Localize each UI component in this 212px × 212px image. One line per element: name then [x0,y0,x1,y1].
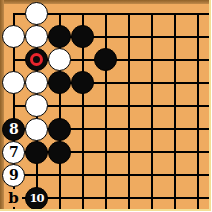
stone-black[interactable] [25,48,48,71]
stone-black[interactable] [71,25,94,48]
stone-white[interactable] [2,25,25,48]
grid-line-vertical [197,13,199,212]
stone-white[interactable] [2,71,25,94]
point-label-b[interactable]: b [6,189,22,207]
grid-line-vertical [174,13,176,212]
stone-black[interactable] [48,141,71,164]
stone-white[interactable] [25,71,48,94]
grid-line-vertical [128,13,130,212]
stone-black[interactable] [48,25,71,48]
board-crop-right [209,0,211,211]
red-circle-marker-icon [30,53,43,66]
stone-black[interactable] [48,118,71,141]
grid-line-vertical [105,13,107,212]
stone-black[interactable] [25,141,48,164]
go-board: 87910b [0,0,211,211]
stone-black[interactable] [94,48,117,71]
stone-white[interactable] [25,94,48,117]
stone-black-10[interactable]: 10 [25,187,48,210]
stone-number-label: 10 [30,193,44,205]
stone-black[interactable] [48,71,71,94]
stone-black[interactable] [71,71,94,94]
stone-white-9[interactable]: 9 [2,164,25,187]
board-crop-bottom [0,209,211,211]
stone-white-7[interactable]: 7 [2,141,25,164]
stone-number-label: 7 [9,145,18,159]
grid-line-horizontal [13,174,212,176]
stone-black-8[interactable]: 8 [2,118,25,141]
stone-number-label: 9 [9,168,18,182]
stone-number-label: 8 [9,122,18,136]
stone-white[interactable] [48,48,71,71]
grid-line-vertical [151,13,153,212]
stone-white[interactable] [25,118,48,141]
stone-white[interactable] [25,25,48,48]
stone-white[interactable] [25,2,48,25]
